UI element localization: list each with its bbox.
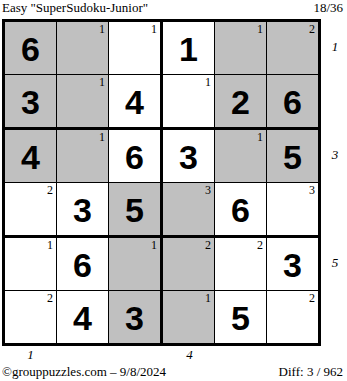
corner-mark: 2 bbox=[47, 183, 53, 197]
given-digit: 4 bbox=[109, 75, 160, 127]
cell-r4c1[interactable]: 2 bbox=[5, 183, 57, 238]
cell-r6c2[interactable]: 4 bbox=[57, 291, 109, 343]
cell-r3c2[interactable]: 1 bbox=[57, 130, 109, 183]
cell-r5c4[interactable]: 2 bbox=[163, 238, 215, 291]
given-digit: 1 bbox=[163, 22, 214, 74]
given-digit: 6 bbox=[215, 183, 266, 235]
corner-mark: 2 bbox=[205, 238, 211, 252]
cell-r2c6[interactable]: 6 bbox=[267, 75, 318, 130]
given-digit: 5 bbox=[215, 291, 266, 343]
cell-r3c5[interactable]: 1 bbox=[215, 130, 267, 183]
corner-mark: 2 bbox=[309, 22, 315, 36]
cell-r6c6[interactable]: 2 bbox=[267, 291, 318, 343]
cell-r3c4[interactable]: 3 bbox=[163, 130, 215, 183]
corner-mark: 1 bbox=[99, 75, 105, 89]
cell-r2c2[interactable]: 1 bbox=[57, 75, 109, 130]
cell-r2c5[interactable]: 2 bbox=[215, 75, 267, 130]
cell-r4c5[interactable]: 6 bbox=[215, 183, 267, 238]
given-digit: 6 bbox=[5, 22, 56, 74]
given-digit: 5 bbox=[267, 130, 318, 182]
cell-r1c1[interactable]: 6 bbox=[5, 22, 57, 75]
cell-r1c4[interactable]: 1 bbox=[163, 22, 215, 75]
given-digit: 2 bbox=[215, 75, 266, 127]
header: Easy "SuperSudoku-Junior" 18/36 bbox=[2, 0, 343, 17]
corner-mark: 1 bbox=[257, 22, 263, 36]
corner-mark: 1 bbox=[257, 130, 263, 144]
given-digit: 3 bbox=[5, 75, 56, 127]
cell-r5c2[interactable]: 6 bbox=[57, 238, 109, 291]
copyright: ©grouppuzzles.com – 9/8/2024 bbox=[2, 364, 166, 379]
col-label-1: 1 bbox=[5, 347, 56, 363]
corner-mark: 1 bbox=[205, 291, 211, 305]
given-digit: 5 bbox=[109, 183, 160, 235]
given-digit: 3 bbox=[57, 183, 108, 235]
cell-r1c5[interactable]: 1 bbox=[215, 22, 267, 75]
cell-r2c1[interactable]: 3 bbox=[5, 75, 57, 130]
cell-r6c3[interactable]: 3 bbox=[109, 291, 163, 343]
corner-mark: 2 bbox=[257, 238, 263, 252]
given-digit: 6 bbox=[267, 75, 318, 127]
corner-mark: 2 bbox=[47, 291, 53, 305]
given-digit: 6 bbox=[109, 130, 160, 182]
corner-mark: 1 bbox=[205, 75, 211, 89]
corner-mark: 1 bbox=[151, 22, 157, 36]
cell-r4c3[interactable]: 5 bbox=[109, 183, 163, 238]
puzzle-page: Easy "SuperSudoku-Junior" 18/36 61111231… bbox=[0, 0, 347, 381]
row-label-3: 3 bbox=[327, 147, 343, 163]
cell-r6c5[interactable]: 5 bbox=[215, 291, 267, 343]
footer: ©grouppuzzles.com – 9/8/2024 Diff: 3 / 9… bbox=[2, 363, 343, 379]
given-digit: 4 bbox=[5, 130, 56, 182]
cell-r6c1[interactable]: 2 bbox=[5, 291, 57, 343]
given-digit: 3 bbox=[163, 130, 214, 182]
cell-r1c3[interactable]: 1 bbox=[109, 22, 163, 75]
cell-r3c6[interactable]: 5 bbox=[267, 130, 318, 183]
progress-count: 18/36 bbox=[313, 0, 343, 15]
corner-mark: 1 bbox=[151, 238, 157, 252]
corner-mark: 1 bbox=[47, 238, 53, 252]
given-digit: 6 bbox=[57, 238, 108, 290]
cell-r2c4[interactable]: 1 bbox=[163, 75, 215, 130]
cell-r3c1[interactable]: 4 bbox=[5, 130, 57, 183]
corner-mark: 3 bbox=[309, 183, 315, 197]
cell-r4c6[interactable]: 3 bbox=[267, 183, 318, 238]
given-digit: 4 bbox=[57, 291, 108, 343]
cell-r4c4[interactable]: 3 bbox=[163, 183, 215, 238]
row-label-1: 1 bbox=[327, 39, 343, 55]
cell-r1c6[interactable]: 2 bbox=[267, 22, 318, 75]
cell-r1c2[interactable]: 1 bbox=[57, 22, 109, 75]
corner-mark: 3 bbox=[205, 183, 211, 197]
given-digit: 3 bbox=[267, 238, 318, 290]
cell-r3c3[interactable]: 6 bbox=[109, 130, 163, 183]
given-digit: 3 bbox=[109, 291, 160, 343]
col-label-4: 4 bbox=[164, 347, 215, 363]
cell-r5c3[interactable]: 1 bbox=[109, 238, 163, 291]
difficulty: Diff: 3 / 962 bbox=[279, 364, 343, 379]
cell-r5c6[interactable]: 3 bbox=[267, 238, 318, 291]
cell-r5c1[interactable]: 1 bbox=[5, 238, 57, 291]
cell-r5c5[interactable]: 2 bbox=[215, 238, 267, 291]
sudoku-board: 611112314126416315235363161223243152 bbox=[2, 19, 321, 346]
corner-mark: 1 bbox=[99, 22, 105, 36]
cell-r6c4[interactable]: 1 bbox=[163, 291, 215, 343]
corner-mark: 1 bbox=[99, 130, 105, 144]
cell-r2c3[interactable]: 4 bbox=[109, 75, 163, 130]
row-label-5: 5 bbox=[327, 255, 343, 271]
cell-r4c2[interactable]: 3 bbox=[57, 183, 109, 238]
page-title: Easy "SuperSudoku-Junior" bbox=[2, 0, 148, 15]
corner-mark: 2 bbox=[309, 291, 315, 305]
